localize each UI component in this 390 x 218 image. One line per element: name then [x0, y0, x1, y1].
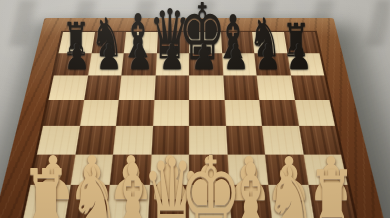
pieces-layer: ♜♞♝♛♚♝♞♜♟♟♟♟♟♟♟♟♟♟♟♟♟♟♟♟♜♞♝♛♚♝♞♜	[0, 0, 390, 218]
piece-white-rook-h1: ♜	[308, 160, 356, 218]
piece-black-pawn-b7: ♟	[96, 39, 122, 75]
chessboard-photo: ♜♞♝♛♚♝♞♜♟♟♟♟♟♟♟♟♟♟♟♟♟♟♟♟♜♞♝♛♚♝♞♜	[0, 0, 390, 218]
piece-black-pawn-g7: ♟	[255, 39, 281, 75]
piece-black-pawn-e7: ♟	[191, 39, 217, 75]
piece-black-pawn-h7: ♟	[286, 39, 312, 75]
piece-black-pawn-d7: ♟	[159, 39, 185, 75]
piece-white-rook-a1: ♜	[21, 159, 70, 218]
piece-black-pawn-f7: ♟	[223, 39, 249, 75]
piece-black-pawn-c7: ♟	[127, 39, 153, 75]
piece-black-pawn-a7: ♟	[64, 39, 90, 75]
